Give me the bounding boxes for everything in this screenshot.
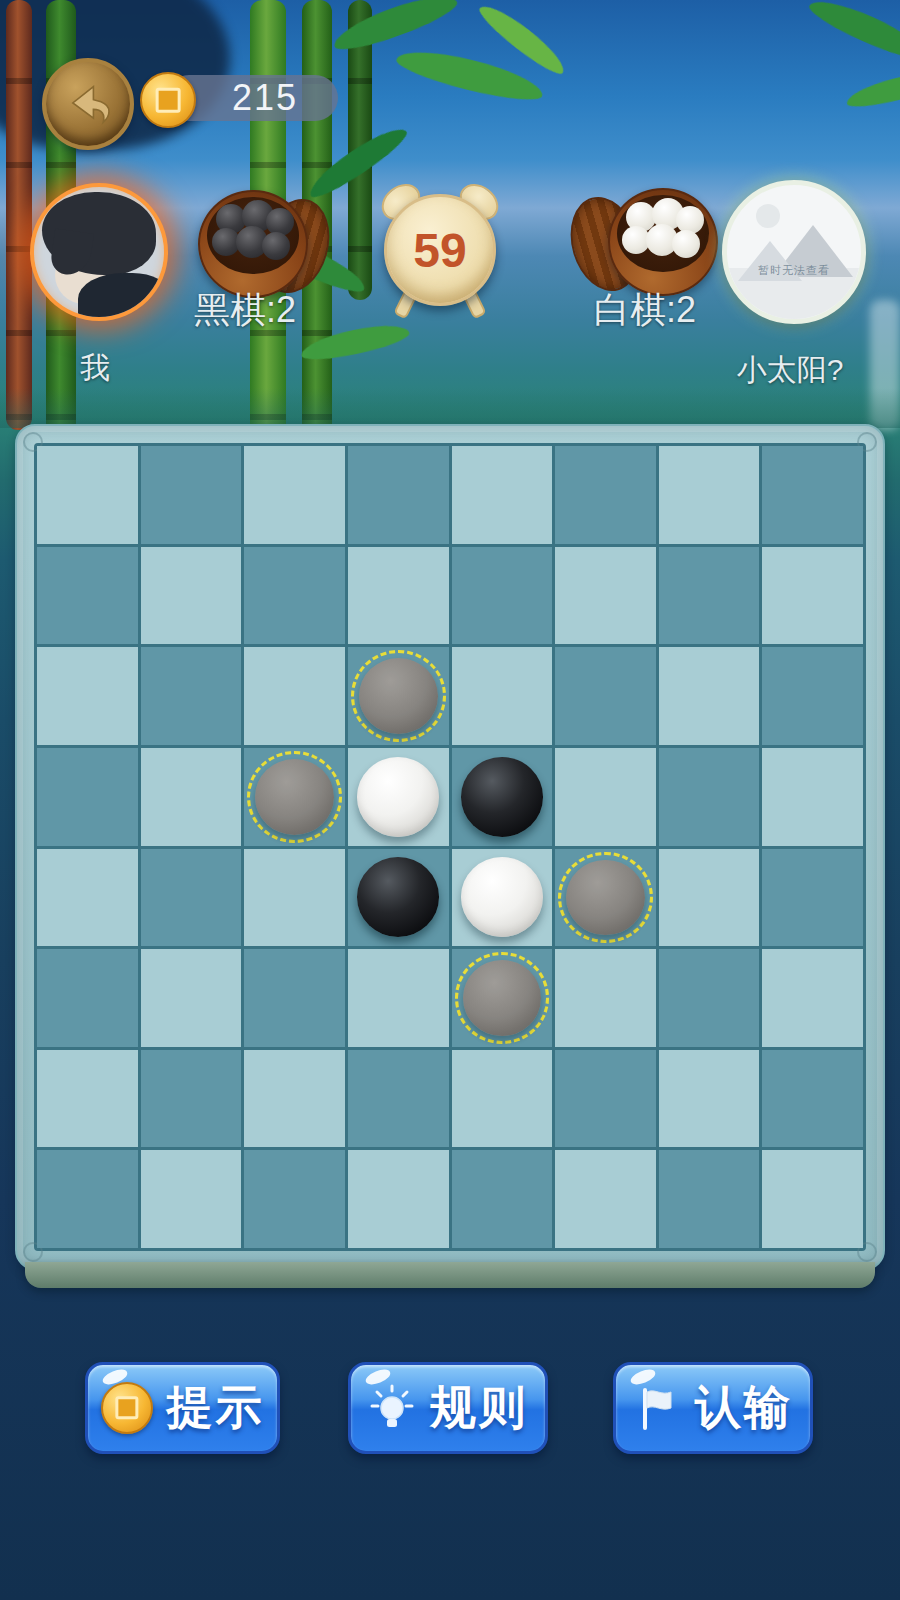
cell-a6[interactable]	[37, 949, 138, 1047]
cell-b8[interactable]	[141, 1150, 242, 1248]
cell-d2[interactable]	[348, 547, 449, 645]
othello-board-frame	[15, 424, 885, 1270]
hint-button[interactable]: 提示	[85, 1362, 280, 1454]
cell-b3[interactable]	[141, 647, 242, 745]
black-stones-bowl-icon	[180, 188, 330, 298]
white-disc	[461, 857, 544, 937]
black-count-label: 黑棋:2	[165, 286, 325, 335]
cell-g1[interactable]	[659, 446, 760, 544]
player-name-self: 我	[30, 348, 160, 389]
avatar-watermark-text: 暂时无法查看	[727, 263, 861, 278]
othello-board	[34, 443, 866, 1251]
cell-g4[interactable]	[659, 748, 760, 846]
player-avatar-self[interactable]	[30, 183, 168, 321]
cell-f7[interactable]	[555, 1050, 656, 1148]
ghost-disc	[359, 658, 438, 734]
cell-g8[interactable]	[659, 1150, 760, 1248]
cell-h3[interactable]	[762, 647, 863, 745]
cell-h2[interactable]	[762, 547, 863, 645]
alarm-clock-timer: 59	[384, 194, 496, 306]
cell-f1[interactable]	[555, 446, 656, 544]
legal-move-hint[interactable]	[455, 952, 550, 1044]
cell-e4	[452, 748, 553, 846]
cell-e1[interactable]	[452, 446, 553, 544]
cell-h8[interactable]	[762, 1150, 863, 1248]
shoreline	[0, 388, 900, 428]
cell-g6[interactable]	[659, 949, 760, 1047]
cell-d6[interactable]	[348, 949, 449, 1047]
cell-f3[interactable]	[555, 647, 656, 745]
cell-c7[interactable]	[244, 1050, 345, 1148]
cell-h6[interactable]	[762, 949, 863, 1047]
cell-a3[interactable]	[37, 647, 138, 745]
cell-b1[interactable]	[141, 446, 242, 544]
coin-icon	[140, 72, 196, 128]
white-count-label: 白棋:2	[560, 286, 730, 335]
back-arrow-icon	[62, 78, 114, 130]
cell-g5[interactable]	[659, 849, 760, 947]
bamboo-leaf	[805, 0, 900, 66]
player-name-opponent: 小太阳?	[715, 350, 865, 391]
cell-d8[interactable]	[348, 1150, 449, 1248]
ghost-disc	[255, 759, 334, 835]
cell-e7[interactable]	[452, 1050, 553, 1148]
cell-b4[interactable]	[141, 748, 242, 846]
cell-c4[interactable]	[244, 748, 345, 846]
cell-c1[interactable]	[244, 446, 345, 544]
resign-button[interactable]: 认输	[613, 1362, 813, 1454]
black-disc	[357, 857, 440, 937]
cell-b2[interactable]	[141, 547, 242, 645]
cell-f6[interactable]	[555, 949, 656, 1047]
cell-c5[interactable]	[244, 849, 345, 947]
cell-a5[interactable]	[37, 849, 138, 947]
cell-c6[interactable]	[244, 949, 345, 1047]
cell-f4[interactable]	[555, 748, 656, 846]
resign-button-label: 认输	[695, 1377, 793, 1439]
cell-a8[interactable]	[37, 1150, 138, 1248]
cell-f5[interactable]	[555, 849, 656, 947]
cell-b6[interactable]	[141, 949, 242, 1047]
white-stones-bowl-icon	[572, 186, 722, 296]
cell-g3[interactable]	[659, 647, 760, 745]
cell-c2[interactable]	[244, 547, 345, 645]
cell-f2[interactable]	[555, 547, 656, 645]
bowl	[608, 188, 718, 296]
bamboo-stalk	[6, 0, 32, 430]
rules-button[interactable]: 规则	[348, 1362, 548, 1454]
bamboo-leaf	[844, 66, 900, 113]
cell-e6[interactable]	[452, 949, 553, 1047]
cell-a4[interactable]	[37, 748, 138, 846]
cell-d1[interactable]	[348, 446, 449, 544]
timer-seconds: 59	[413, 223, 466, 278]
coin-icon	[101, 1382, 153, 1434]
cell-f8[interactable]	[555, 1150, 656, 1248]
cell-h1[interactable]	[762, 446, 863, 544]
cell-e8[interactable]	[452, 1150, 553, 1248]
cell-d7[interactable]	[348, 1050, 449, 1148]
legal-move-hint[interactable]	[558, 852, 653, 944]
cell-a2[interactable]	[37, 547, 138, 645]
ghost-disc	[463, 960, 542, 1036]
clock-face: 59	[384, 194, 496, 306]
white-disc	[357, 757, 440, 837]
player-avatar-opponent[interactable]: 暂时无法查看	[722, 180, 866, 324]
coin-amount: 215	[232, 77, 298, 119]
cell-b5[interactable]	[141, 849, 242, 947]
cell-d3[interactable]	[348, 647, 449, 745]
legal-move-hint[interactable]	[247, 751, 342, 843]
cell-g2[interactable]	[659, 547, 760, 645]
cell-g7[interactable]	[659, 1050, 760, 1148]
cell-h4[interactable]	[762, 748, 863, 846]
cell-d4	[348, 748, 449, 846]
ghost-disc	[566, 860, 645, 936]
black-disc	[461, 757, 544, 837]
back-button[interactable]	[42, 58, 134, 150]
legal-move-hint[interactable]	[351, 650, 446, 742]
cell-a7[interactable]	[37, 1050, 138, 1148]
cell-d5	[348, 849, 449, 947]
cell-e5	[452, 849, 553, 947]
sun-icon	[756, 204, 780, 228]
game-screen: 215 我 黑棋:2 59	[0, 0, 900, 1600]
flag-icon	[633, 1384, 681, 1432]
bowl	[198, 190, 308, 298]
cell-e3[interactable]	[452, 647, 553, 745]
cell-b7[interactable]	[141, 1050, 242, 1148]
hint-button-label: 提示	[167, 1377, 265, 1439]
rules-button-label: 规则	[430, 1377, 528, 1439]
cell-c8[interactable]	[244, 1150, 345, 1248]
cell-c3[interactable]	[244, 647, 345, 745]
bulb-icon	[368, 1384, 416, 1432]
cell-h7[interactable]	[762, 1050, 863, 1148]
cell-e2[interactable]	[452, 547, 553, 645]
cell-a1[interactable]	[37, 446, 138, 544]
cell-h5[interactable]	[762, 849, 863, 947]
